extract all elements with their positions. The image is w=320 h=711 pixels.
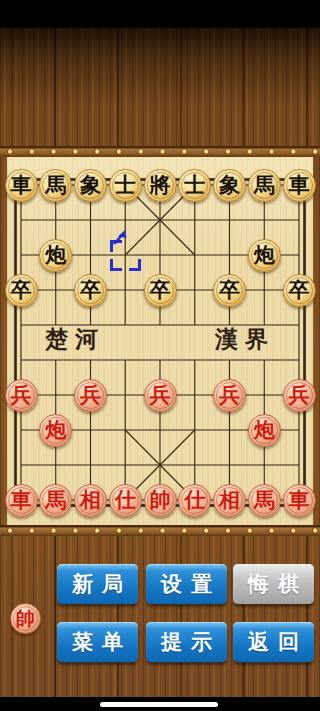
piece-glyph: 馬 bbox=[45, 489, 66, 510]
piece-red[interactable]: 相 bbox=[74, 484, 107, 517]
piece-glyph: 馬 bbox=[254, 489, 275, 510]
piece-red[interactable]: 炮 bbox=[39, 414, 72, 447]
piece-glyph: 車 bbox=[11, 174, 32, 195]
wood-top-shadow bbox=[0, 28, 320, 108]
turn-indicator-glyph: 帥 bbox=[16, 609, 35, 628]
piece-black[interactable]: 馬 bbox=[39, 169, 72, 202]
piece-glyph: 車 bbox=[289, 489, 310, 510]
piece-red[interactable]: 兵 bbox=[213, 379, 246, 412]
settings-button[interactable]: 设置 bbox=[146, 564, 227, 604]
piece-red[interactable]: 車 bbox=[5, 484, 38, 517]
piece-glyph: 車 bbox=[11, 489, 32, 510]
piece-black[interactable]: 炮 bbox=[248, 239, 281, 272]
piece-glyph: 士 bbox=[115, 174, 136, 195]
piece-red[interactable]: 車 bbox=[283, 484, 316, 517]
piece-glyph: 炮 bbox=[45, 419, 66, 440]
piece-black[interactable]: 馬 bbox=[248, 169, 281, 202]
piece-black[interactable]: 士 bbox=[178, 169, 211, 202]
piece-red[interactable]: 馬 bbox=[39, 484, 72, 517]
piece-red[interactable]: 仕 bbox=[109, 484, 142, 517]
piece-red[interactable]: 兵 bbox=[283, 379, 316, 412]
piece-red[interactable]: 馬 bbox=[248, 484, 281, 517]
piece-glyph: 馬 bbox=[45, 174, 66, 195]
home-bar bbox=[0, 697, 320, 711]
piece-glyph: 炮 bbox=[45, 244, 66, 265]
piece-glyph: 兵 bbox=[289, 384, 310, 405]
piece-black[interactable]: 象 bbox=[74, 169, 107, 202]
piece-red[interactable]: 帥 bbox=[144, 484, 177, 517]
piece-black[interactable]: 象 bbox=[213, 169, 246, 202]
home-indicator[interactable] bbox=[100, 702, 218, 707]
piece-black[interactable]: 卒 bbox=[5, 274, 38, 307]
piece-glyph: 兵 bbox=[219, 384, 240, 405]
hint-button[interactable]: 提示 bbox=[146, 622, 227, 662]
piece-red[interactable]: 兵 bbox=[74, 379, 107, 412]
piece-black[interactable]: 卒 bbox=[144, 274, 177, 307]
piece-glyph: 仕 bbox=[184, 489, 205, 510]
piece-red[interactable]: 兵 bbox=[144, 379, 177, 412]
piece-black[interactable]: 卒 bbox=[213, 274, 246, 307]
back-button[interactable]: 返回 bbox=[233, 622, 314, 662]
stud-strip-top bbox=[0, 146, 320, 157]
piece-black[interactable]: 士 bbox=[109, 169, 142, 202]
piece-glyph: 象 bbox=[219, 174, 240, 195]
piece-glyph: 卒 bbox=[11, 279, 32, 300]
piece-red[interactable]: 兵 bbox=[5, 379, 38, 412]
piece-glyph: 相 bbox=[80, 489, 101, 510]
piece-black[interactable]: 炮 bbox=[39, 239, 72, 272]
piece-black[interactable]: 卒 bbox=[74, 274, 107, 307]
piece-black[interactable]: 車 bbox=[283, 169, 316, 202]
piece-red[interactable]: 炮 bbox=[248, 414, 281, 447]
piece-glyph: 卒 bbox=[219, 279, 240, 300]
piece-black[interactable]: 車 bbox=[5, 169, 38, 202]
river-label-han: 漢界 bbox=[215, 327, 275, 353]
piece-glyph: 車 bbox=[289, 174, 310, 195]
piece-glyph: 兵 bbox=[80, 384, 101, 405]
piece-red[interactable]: 相 bbox=[213, 484, 246, 517]
turn-indicator-piece: 帥 bbox=[10, 603, 41, 634]
piece-glyph: 相 bbox=[219, 489, 240, 510]
status-bar bbox=[0, 0, 320, 28]
piece-glyph: 帥 bbox=[150, 489, 171, 510]
piece-glyph: 炮 bbox=[254, 419, 275, 440]
piece-glyph: 卒 bbox=[80, 279, 101, 300]
piece-glyph: 仕 bbox=[115, 489, 136, 510]
piece-glyph: 象 bbox=[80, 174, 101, 195]
xiangqi-board[interactable]: 楚河 漢界 車馬象士將士象馬車炮炮卒卒卒卒卒兵兵兵兵兵炮炮車馬相仕帥仕相馬車 bbox=[7, 157, 313, 525]
river-label-chu: 楚河 bbox=[45, 327, 105, 353]
piece-glyph: 卒 bbox=[150, 279, 171, 300]
piece-glyph: 炮 bbox=[254, 244, 275, 265]
piece-black[interactable]: 將 bbox=[144, 169, 177, 202]
piece-glyph: 士 bbox=[184, 174, 205, 195]
piece-glyph: 馬 bbox=[254, 174, 275, 195]
piece-glyph: 兵 bbox=[11, 384, 32, 405]
piece-black[interactable]: 卒 bbox=[283, 274, 316, 307]
piece-glyph: 將 bbox=[150, 174, 171, 195]
menu-button[interactable]: 菜单 bbox=[57, 622, 138, 662]
undo-button[interactable]: 悔棋 bbox=[233, 564, 314, 604]
new-game-button[interactable]: 新局 bbox=[57, 564, 138, 604]
piece-red[interactable]: 仕 bbox=[178, 484, 211, 517]
piece-glyph: 卒 bbox=[289, 279, 310, 300]
piece-glyph: 兵 bbox=[150, 384, 171, 405]
stud-strip-bottom bbox=[0, 525, 320, 536]
